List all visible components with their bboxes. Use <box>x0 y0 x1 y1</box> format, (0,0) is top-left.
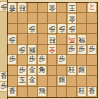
square-3h[interactable] <box>67 76 77 86</box>
square-1c[interactable] <box>87 24 97 34</box>
square-3b[interactable]: 金 <box>67 13 77 23</box>
square-7f[interactable]: 歩 <box>28 55 38 65</box>
square-4f[interactable]: 歩 <box>57 55 67 65</box>
shogi-piece-3d[interactable]: 馬 <box>68 35 76 44</box>
shogi-piece-3b[interactable]: 金 <box>68 14 76 23</box>
square-3i[interactable] <box>67 87 77 97</box>
square-3g[interactable]: 桂 <box>67 66 77 76</box>
square-4d[interactable] <box>57 34 67 44</box>
square-6a[interactable] <box>38 3 48 13</box>
shogi-piece-3e[interactable]: 歩 <box>68 45 76 54</box>
square-5c[interactable]: 歩 <box>48 24 58 34</box>
square-4h[interactable]: 銀 <box>57 76 67 86</box>
square-8d[interactable] <box>18 34 28 44</box>
shogi-piece-2i[interactable]: 桂 <box>78 87 86 96</box>
shogi-piece-3g[interactable]: 桂 <box>68 66 76 75</box>
square-9e[interactable] <box>8 45 18 55</box>
shogi-board: 香桂金王と金歩歩歩歩歩桂馬飛歩銀全歩歩歩歩歩歩歩歩金角桂銀玉金銀香飛桂香 <box>7 2 98 98</box>
square-5b[interactable] <box>48 13 58 23</box>
square-5d[interactable]: 桂 <box>48 34 58 44</box>
square-7a[interactable] <box>28 3 38 13</box>
shogi-piece-4c[interactable]: 歩 <box>58 24 66 33</box>
square-2e[interactable]: 歩 <box>77 45 87 55</box>
shogi-piece-5c[interactable]: 歩 <box>48 24 56 33</box>
square-7e[interactable]: 銀 <box>28 45 38 55</box>
shogi-piece-1e[interactable]: 歩 <box>88 45 96 54</box>
square-6f[interactable]: 歩 <box>38 55 48 65</box>
square-9f[interactable]: 歩 <box>8 55 18 65</box>
shogi-piece-1a[interactable]: と <box>88 3 96 12</box>
square-5g[interactable] <box>48 66 58 76</box>
square-8c[interactable] <box>18 24 28 34</box>
square-4g[interactable] <box>57 66 67 76</box>
shogi-piece-5d[interactable]: 桂 <box>48 35 56 44</box>
shogi-piece-7c[interactable]: 歩 <box>28 24 36 33</box>
square-7b[interactable] <box>28 13 38 23</box>
square-8h[interactable]: 玉 <box>18 76 28 86</box>
shogi-piece-8e[interactable]: 歩 <box>18 45 26 54</box>
shogi-piece-1i[interactable]: 香 <box>88 87 96 96</box>
square-6b[interactable] <box>38 13 48 23</box>
square-5a[interactable]: 金 <box>48 3 58 13</box>
square-7h[interactable]: 金 <box>28 76 38 86</box>
square-3c[interactable]: 歩 <box>67 24 77 34</box>
square-8f[interactable] <box>18 55 28 65</box>
square-9b[interactable] <box>8 13 18 23</box>
square-8b[interactable] <box>18 13 28 23</box>
square-6c[interactable] <box>38 24 48 34</box>
square-1g[interactable] <box>87 66 97 76</box>
square-2h[interactable] <box>77 76 87 86</box>
square-4c[interactable]: 歩 <box>57 24 67 34</box>
square-1b[interactable] <box>87 13 97 23</box>
shogi-piece-9a[interactable]: 香 <box>8 3 16 12</box>
square-5e[interactable]: 全 <box>48 45 58 55</box>
square-1a[interactable]: と <box>87 3 97 13</box>
right-edge-margin <box>98 0 100 99</box>
gote-hand-tray: 歩 <box>0 2 7 12</box>
square-9d[interactable]: 歩 <box>8 34 18 44</box>
shogi-piece-4h[interactable]: 銀 <box>58 76 66 85</box>
square-2c[interactable] <box>77 24 87 34</box>
square-8g[interactable]: 歩 <box>18 66 28 76</box>
shogi-piece-5e[interactable]: 全 <box>48 45 56 54</box>
square-6d[interactable] <box>38 34 48 44</box>
square-9h[interactable] <box>8 76 18 86</box>
shogi-piece-7g[interactable]: 金 <box>28 66 36 75</box>
square-4i[interactable] <box>57 87 67 97</box>
square-1i[interactable]: 香 <box>87 87 97 97</box>
square-5h[interactable] <box>48 76 58 86</box>
square-4b[interactable] <box>57 13 67 23</box>
shogi-piece-3c[interactable]: 歩 <box>68 24 76 33</box>
shogi-piece-7h[interactable]: 金 <box>28 76 36 85</box>
square-3d[interactable]: 馬 <box>67 34 77 44</box>
shogi-piece-2g[interactable]: 銀 <box>78 66 86 75</box>
square-5i[interactable] <box>48 87 58 97</box>
shogi-piece-8g[interactable]: 歩 <box>18 66 26 75</box>
square-1d[interactable] <box>87 34 97 44</box>
square-2b[interactable] <box>77 13 87 23</box>
square-8a[interactable]: 桂 <box>18 3 28 13</box>
shogi-piece-9d[interactable]: 歩 <box>8 35 16 44</box>
square-1f[interactable] <box>87 55 97 65</box>
shogi-piece-6f[interactable]: 歩 <box>38 55 46 64</box>
square-6g[interactable]: 角 <box>38 66 48 76</box>
square-7i[interactable] <box>28 87 38 97</box>
shogi-piece-8a[interactable]: 桂 <box>18 3 26 12</box>
shogi-piece-9i[interactable]: 香 <box>8 87 16 96</box>
square-1h[interactable] <box>87 76 97 86</box>
square-6h[interactable] <box>38 76 48 86</box>
shogi-piece-3a[interactable]: 王 <box>68 3 76 12</box>
square-5f[interactable] <box>48 55 58 65</box>
shogi-piece-7e[interactable]: 銀 <box>28 45 36 54</box>
square-3f[interactable] <box>67 55 77 65</box>
square-9c[interactable] <box>8 24 18 34</box>
square-6i[interactable]: 飛 <box>38 87 48 97</box>
square-7c[interactable]: 歩 <box>28 24 38 34</box>
square-1e[interactable]: 歩 <box>87 45 97 55</box>
square-3e[interactable]: 歩 <box>67 45 77 55</box>
shogi-piece-7f[interactable]: 歩 <box>28 55 36 64</box>
square-3a[interactable]: 王 <box>67 3 77 13</box>
square-4e[interactable] <box>57 45 67 55</box>
shogi-piece-8h[interactable]: 玉 <box>18 76 26 85</box>
shogi-piece-4f[interactable]: 歩 <box>58 55 66 64</box>
sente-hand-tray: 香歩 <box>0 72 7 92</box>
square-7g[interactable]: 金 <box>28 66 38 76</box>
shogi-piece-2d[interactable]: 飛 <box>78 35 86 44</box>
shogi-piece-5a[interactable]: 金 <box>48 3 56 12</box>
square-9g[interactable] <box>8 66 18 76</box>
square-9i[interactable]: 香 <box>8 87 18 97</box>
square-2i[interactable]: 桂 <box>77 87 87 97</box>
square-8e[interactable]: 歩 <box>18 45 28 55</box>
square-2f[interactable] <box>77 55 87 65</box>
square-6e[interactable] <box>38 45 48 55</box>
shogi-piece-6g[interactable]: 角 <box>38 66 46 75</box>
square-9a[interactable]: 香 <box>8 3 18 13</box>
square-7d[interactable] <box>28 34 38 44</box>
square-2d[interactable]: 飛 <box>77 34 87 44</box>
square-2g[interactable]: 銀 <box>77 66 87 76</box>
square-2a[interactable] <box>77 3 87 13</box>
shogi-piece-9f[interactable]: 歩 <box>8 55 16 64</box>
shogi-piece-6i[interactable]: 飛 <box>38 87 46 96</box>
square-8i[interactable] <box>18 87 28 97</box>
square-4a[interactable] <box>57 3 67 13</box>
shogi-piece-2e[interactable]: 歩 <box>78 45 86 54</box>
